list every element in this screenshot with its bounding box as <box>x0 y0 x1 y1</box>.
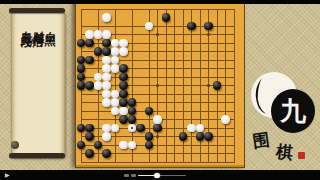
black-stone <box>77 124 85 132</box>
white-stone <box>111 47 119 55</box>
black-stone <box>204 22 212 30</box>
white-stone <box>102 64 110 72</box>
white-name: 时越 <box>32 22 44 24</box>
black-stone <box>77 81 85 89</box>
white-stone <box>102 132 110 140</box>
white-stone <box>111 98 119 106</box>
black-stone <box>85 124 93 132</box>
star-point <box>207 33 210 36</box>
white-stone <box>119 107 127 115</box>
black-stone <box>119 98 127 106</box>
timestamp-blob <box>124 174 129 177</box>
white-rank: 九段 <box>20 22 32 24</box>
black-stone <box>119 73 127 81</box>
video-frame: 白 时越 九段 黑 柯洁 九段 九 围 棋 ▶ <box>0 0 320 180</box>
white-stone <box>102 30 110 38</box>
letterbox-top <box>0 0 320 4</box>
white-stone <box>111 56 119 64</box>
white-stone <box>102 124 110 132</box>
white-stone <box>111 107 119 115</box>
black-stone <box>119 81 127 89</box>
black-stone <box>213 81 221 89</box>
black-stone <box>128 115 136 123</box>
white-stone <box>119 39 127 47</box>
scroll-roller-bottom <box>9 153 65 158</box>
white-stone <box>111 124 119 132</box>
white-stone <box>102 56 110 64</box>
black-label: 黑 <box>43 26 55 28</box>
black-stone <box>119 90 127 98</box>
white-stone <box>102 98 110 106</box>
black-stone <box>77 39 85 47</box>
logo-jiu-character: 九 <box>279 96 307 126</box>
black-stone <box>145 107 153 115</box>
white-stone <box>94 73 102 81</box>
brand-logo: 九 围 棋 <box>248 68 318 166</box>
player-scroll-panel: 白 时越 九段 黑 柯洁 九段 <box>9 8 65 158</box>
black-stone <box>128 98 136 106</box>
black-stone <box>145 141 153 149</box>
star-point <box>156 135 159 138</box>
logo-qi-character: 棋 <box>274 141 294 163</box>
black-stone <box>187 22 195 30</box>
scroll-knob <box>11 141 19 149</box>
star-point <box>156 84 159 87</box>
black-stone <box>119 115 127 123</box>
board-grid[interactable] <box>81 9 235 163</box>
play-icon[interactable]: ▶ <box>5 171 10 179</box>
black-stone <box>94 141 102 149</box>
black-stone <box>179 132 187 140</box>
logo-red-seal <box>298 152 305 159</box>
black-stone <box>77 56 85 64</box>
black-stone <box>204 132 212 140</box>
black-stone <box>128 107 136 115</box>
white-stone <box>128 141 136 149</box>
white-label: 白 <box>44 22 56 24</box>
white-stone <box>119 47 127 55</box>
black-stone <box>145 132 153 140</box>
white-stone <box>111 90 119 98</box>
white-stone <box>196 124 204 132</box>
white-stone <box>187 124 195 132</box>
black-stone <box>94 47 102 55</box>
black-rank: 九段 <box>19 26 31 28</box>
white-stone <box>153 115 161 123</box>
timestamp-blob <box>131 174 136 177</box>
white-stone <box>85 30 93 38</box>
black-stone <box>196 132 204 140</box>
black-stone <box>85 39 93 47</box>
white-stone <box>145 22 153 30</box>
white-stone <box>119 141 127 149</box>
black-stone <box>85 56 93 64</box>
black-stone <box>119 64 127 72</box>
black-stone <box>77 73 85 81</box>
black-stone <box>102 39 110 47</box>
black-stone <box>77 64 85 72</box>
black-stone <box>136 124 144 132</box>
black-stone <box>102 47 110 55</box>
black-stone <box>85 81 93 89</box>
white-stone <box>102 73 110 81</box>
black-stone <box>162 13 170 21</box>
white-stone <box>102 13 110 21</box>
go-board[interactable] <box>75 0 245 168</box>
star-point <box>156 33 159 36</box>
logo-wei-character: 围 <box>251 129 271 151</box>
black-stone <box>153 124 161 132</box>
black-stone <box>102 149 110 157</box>
star-point <box>207 84 210 87</box>
white-stone <box>111 64 119 72</box>
white-stone <box>102 90 110 98</box>
white-stone <box>102 81 110 89</box>
progress-knob[interactable] <box>154 173 160 179</box>
white-stone <box>94 81 102 89</box>
black-stone <box>77 141 85 149</box>
scroll-roller-top <box>9 8 65 13</box>
black-player-column: 黑 柯洁 九段 <box>19 26 55 35</box>
black-stone <box>85 149 93 157</box>
white-stone <box>221 115 229 123</box>
white-stone <box>94 30 102 38</box>
white-stone <box>111 39 119 47</box>
black-stone <box>85 132 93 140</box>
black-name: 柯洁 <box>31 26 43 28</box>
